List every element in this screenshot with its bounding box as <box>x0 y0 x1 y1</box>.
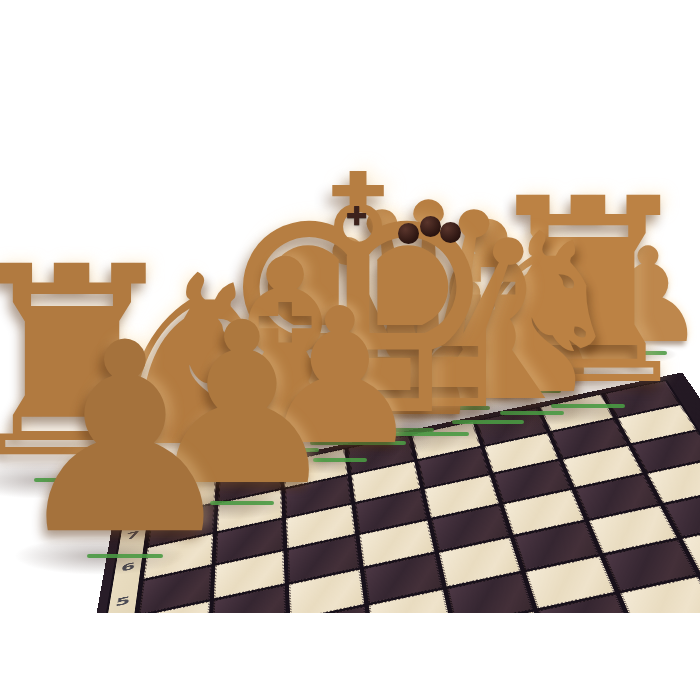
pieces-layer: ♟♟♟♜♟♞♝♟♛♚♝♟♞♜♟♟✚ <box>0 0 700 700</box>
photo-white-margin <box>0 613 700 700</box>
queen-ball-finial <box>398 223 419 244</box>
chess-set-photo: 87654321 ♟♟♟♜♟♞♝♟♛♚♝♟♞♜♟♟✚ <box>0 0 700 700</box>
queen-ball-finial <box>440 222 461 243</box>
piece-pawn-a7: ♟ <box>0 309 256 571</box>
queen-ball-finial <box>420 216 441 237</box>
king-cross-finial: ✚ <box>346 201 368 231</box>
